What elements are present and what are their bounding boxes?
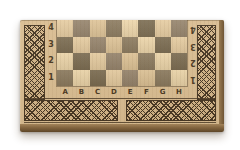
file-label-g: G xyxy=(155,86,171,98)
carved-frame-line-lower xyxy=(24,122,216,123)
square-f2 xyxy=(138,53,154,70)
square-a4 xyxy=(57,20,73,37)
rank-label-1: 1 xyxy=(45,70,57,87)
square-b4 xyxy=(73,20,89,37)
file-labels: ABCDEFGH xyxy=(57,86,187,98)
square-d3 xyxy=(106,37,122,54)
rank-label-4: 4 xyxy=(45,20,57,37)
file-label-f: F xyxy=(138,86,154,98)
file-label-e: E xyxy=(122,86,138,98)
file-label-c: C xyxy=(90,86,106,98)
square-a3 xyxy=(57,37,73,54)
file-label-a: A xyxy=(57,86,73,98)
rank-label-4: 4 xyxy=(187,20,199,37)
carved-frame-line-upper xyxy=(24,98,216,99)
board-face: 4321 4321 ABCDEFGH xyxy=(20,20,224,124)
square-c2 xyxy=(90,53,106,70)
square-f3 xyxy=(138,37,154,54)
rank-label-2: 2 xyxy=(187,53,199,70)
square-d2 xyxy=(106,53,122,70)
square-d1 xyxy=(106,70,122,87)
square-f1 xyxy=(138,70,154,87)
square-a2 xyxy=(57,53,73,70)
square-e1 xyxy=(122,70,138,87)
file-label-b: B xyxy=(73,86,89,98)
square-b1 xyxy=(73,70,89,87)
square-f4 xyxy=(138,20,154,37)
knotwork-border-left xyxy=(24,25,45,100)
chess-board xyxy=(57,20,187,86)
square-e3 xyxy=(122,37,138,54)
file-label-d: D xyxy=(106,86,122,98)
rank-label-2: 2 xyxy=(45,53,57,70)
chess-case: 4321 4321 ABCDEFGH xyxy=(20,20,224,132)
square-h2 xyxy=(171,53,187,70)
square-g2 xyxy=(155,53,171,70)
square-g4 xyxy=(155,20,171,37)
rank-label-3: 3 xyxy=(45,37,57,54)
square-e4 xyxy=(122,20,138,37)
square-h3 xyxy=(171,37,187,54)
square-a1 xyxy=(57,70,73,87)
square-b3 xyxy=(73,37,89,54)
product-photo: 4321 4321 ABCDEFGH xyxy=(0,0,240,150)
square-g3 xyxy=(155,37,171,54)
square-c3 xyxy=(90,37,106,54)
knotwork-border-bottom-left xyxy=(24,100,118,121)
case-front-edge xyxy=(20,124,224,132)
square-d4 xyxy=(106,20,122,37)
rank-labels-right: 4321 xyxy=(187,20,199,86)
knotwork-border-bottom-right xyxy=(126,100,216,121)
case-right-edge xyxy=(219,20,224,124)
file-label-h: H xyxy=(171,86,187,98)
square-h1 xyxy=(171,70,187,87)
rank-label-3: 3 xyxy=(187,37,199,54)
square-h4 xyxy=(171,20,187,37)
square-c4 xyxy=(90,20,106,37)
square-c1 xyxy=(90,70,106,87)
square-g1 xyxy=(155,70,171,87)
square-e2 xyxy=(122,53,138,70)
knotwork-border-right xyxy=(197,25,216,100)
square-b2 xyxy=(73,53,89,70)
rank-labels-left: 4321 xyxy=(45,20,57,86)
rank-label-1: 1 xyxy=(187,70,199,87)
